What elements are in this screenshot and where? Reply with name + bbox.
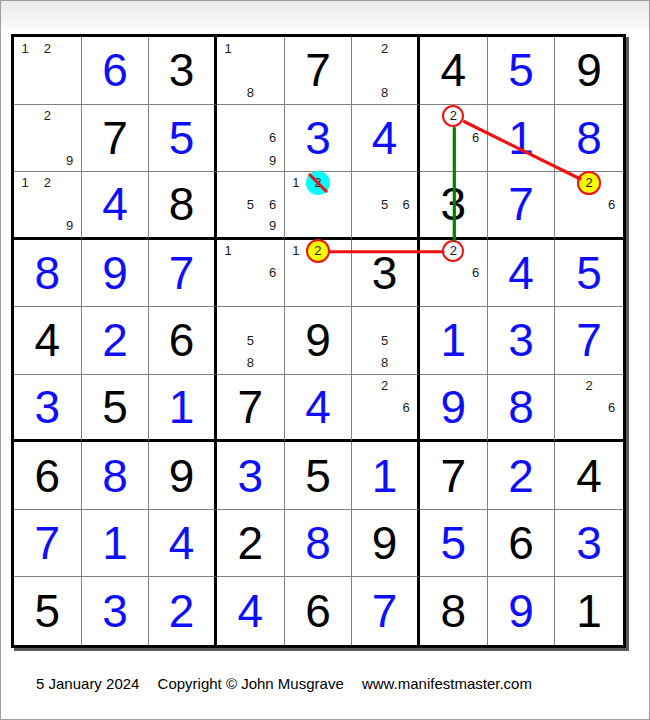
pencil-marks: 28 <box>352 37 417 104</box>
candidate-5[interactable]: 5 <box>239 329 261 351</box>
cell-r5c8[interactable]: 3 <box>488 307 556 375</box>
empty-candidate-slot <box>58 172 80 194</box>
candidate-8[interactable]: 8 <box>239 352 261 374</box>
empty-candidate-slot <box>374 172 396 194</box>
empty-candidate-slot <box>420 240 442 262</box>
given-digit: 6 <box>305 588 331 634</box>
pencil-marks: 26 <box>420 105 487 172</box>
solved-digit: 8 <box>508 384 534 430</box>
candidate-1[interactable]: 1 <box>217 37 239 59</box>
cell-r2c7[interactable]: 26 <box>420 105 488 173</box>
candidate-6[interactable]: 6 <box>395 194 417 216</box>
empty-candidate-slot <box>374 59 396 81</box>
cell-r5c3[interactable]: 6 <box>149 307 217 375</box>
cell-r7c9[interactable]: 4 <box>555 442 623 510</box>
candidate-1[interactable]: 1 <box>14 172 36 194</box>
cell-r7c1[interactable]: 6 <box>14 442 82 510</box>
candidate-6[interactable]: 6 <box>261 262 283 284</box>
candidate-2[interactable]: 2 <box>442 105 464 127</box>
cell-r7c6[interactable]: 1 <box>352 442 420 510</box>
empty-candidate-slot <box>36 81 58 103</box>
empty-candidate-slot <box>239 172 261 194</box>
empty-candidate-slot <box>395 172 417 194</box>
empty-candidate-slot <box>352 81 374 103</box>
cell-r5c1[interactable]: 4 <box>14 307 82 375</box>
cell-r5c2[interactable]: 2 <box>82 307 150 375</box>
given-digit: 6 <box>35 453 61 499</box>
candidate-5[interactable]: 5 <box>239 194 261 216</box>
pencil-marks: 26 <box>420 240 487 307</box>
cell-r2c1[interactable]: 29 <box>14 105 82 173</box>
cell-r5c5[interactable]: 9 <box>285 307 353 375</box>
empty-candidate-slot <box>600 172 623 194</box>
empty-candidate-slot <box>395 329 417 351</box>
cell-r6c6[interactable]: 26 <box>352 375 420 443</box>
given-digit: 4 <box>441 47 467 93</box>
empty-candidate-slot <box>352 172 374 194</box>
footer: 5 January 2024 Copyright © John Musgrave… <box>36 675 546 692</box>
solved-digit: 1 <box>508 115 534 161</box>
pencil-marks: 29 <box>14 105 81 172</box>
candidate-2[interactable]: 2 <box>578 172 601 194</box>
given-digit: 3 <box>169 47 195 93</box>
empty-candidate-slot <box>261 240 283 262</box>
empty-candidate-slot <box>352 352 374 374</box>
empty-candidate-slot <box>555 375 578 397</box>
candidate-6[interactable]: 6 <box>464 127 486 149</box>
given-digit: 6 <box>508 520 534 566</box>
empty-candidate-slot <box>58 105 80 127</box>
solved-digit: 3 <box>35 384 61 430</box>
candidate-6[interactable]: 6 <box>261 194 283 216</box>
empty-candidate-slot <box>352 375 374 397</box>
cell-r3c4[interactable]: 569 <box>217 172 285 240</box>
empty-candidate-slot <box>420 149 442 171</box>
cell-r9c5[interactable]: 6 <box>285 577 353 645</box>
cell-r4c7[interactable]: 26 <box>420 240 488 308</box>
solved-digit: 4 <box>372 115 398 161</box>
cell-r9c1[interactable]: 5 <box>14 577 82 645</box>
empty-candidate-slot <box>14 81 36 103</box>
cell-r9c6[interactable]: 7 <box>352 577 420 645</box>
solved-digit: 2 <box>508 453 534 499</box>
pencil-marks: 58 <box>217 307 284 374</box>
solved-digit: 3 <box>238 453 264 499</box>
cell-r2c9[interactable]: 8 <box>555 105 623 173</box>
pencil-marks: 26 <box>555 375 623 440</box>
pencil-marks: 18 <box>217 37 284 104</box>
cell-r4c1[interactable]: 8 <box>14 240 82 308</box>
empty-candidate-slot <box>555 396 578 418</box>
candidate-6[interactable]: 6 <box>600 194 623 216</box>
empty-candidate-slot <box>307 284 329 306</box>
cell-r1c4[interactable]: 18 <box>217 37 285 105</box>
cell-r1c3[interactable]: 3 <box>149 37 217 105</box>
cell-r8c6[interactable]: 9 <box>352 510 420 578</box>
solved-digit: 7 <box>169 250 195 296</box>
cell-r1c9[interactable]: 9 <box>555 37 623 105</box>
empty-candidate-slot <box>261 105 283 127</box>
cell-r5c4[interactable]: 58 <box>217 307 285 375</box>
cell-r6c4[interactable]: 7 <box>217 375 285 443</box>
pencil-marks: 12 <box>285 240 352 307</box>
candidate-6[interactable]: 6 <box>464 262 486 284</box>
cell-r3c9[interactable]: 26 <box>555 172 623 240</box>
cell-r1c6[interactable]: 28 <box>352 37 420 105</box>
empty-candidate-slot <box>555 194 578 216</box>
candidate-6[interactable]: 6 <box>261 127 283 149</box>
empty-candidate-slot <box>442 262 464 284</box>
candidate-2[interactable]: 2 <box>442 240 464 262</box>
empty-candidate-slot <box>261 352 283 374</box>
empty-candidate-slot <box>329 284 351 306</box>
pencil-marks: 569 <box>217 172 284 237</box>
empty-candidate-slot <box>555 418 578 440</box>
given-digit: 9 <box>169 453 195 499</box>
cell-r5c6[interactable]: 58 <box>352 307 420 375</box>
empty-candidate-slot <box>14 59 36 81</box>
solved-digit: 7 <box>35 520 61 566</box>
candidate-9[interactable]: 9 <box>261 215 283 237</box>
empty-candidate-slot <box>395 81 417 103</box>
given-digit: 7 <box>238 384 264 430</box>
cell-r3c2[interactable]: 4 <box>82 172 150 240</box>
given-digit: 4 <box>576 453 602 499</box>
solved-digit: 6 <box>102 47 128 93</box>
cell-r9c7[interactable]: 8 <box>420 577 488 645</box>
empty-candidate-slot <box>217 352 239 374</box>
empty-candidate-slot <box>239 307 261 329</box>
empty-candidate-slot <box>395 375 417 397</box>
cell-r3c8[interactable]: 7 <box>488 172 556 240</box>
solved-digit: 9 <box>508 588 534 634</box>
cell-r8c4[interactable]: 2 <box>217 510 285 578</box>
empty-candidate-slot <box>352 307 374 329</box>
cell-r6c9[interactable]: 26 <box>555 375 623 443</box>
pencil-marks: 26 <box>352 375 417 440</box>
cell-r3c7[interactable]: 3 <box>420 172 488 240</box>
empty-candidate-slot <box>239 284 261 306</box>
cell-r7c4[interactable]: 3 <box>217 442 285 510</box>
empty-candidate-slot <box>239 59 261 81</box>
empty-candidate-slot <box>374 418 396 440</box>
empty-candidate-slot <box>239 149 261 171</box>
empty-candidate-slot <box>217 307 239 329</box>
empty-candidate-slot <box>217 194 239 216</box>
cell-r4c8[interactable]: 4 <box>488 240 556 308</box>
cell-r7c8[interactable]: 2 <box>488 442 556 510</box>
candidate-1[interactable]: 1 <box>285 172 307 194</box>
cell-r1c1[interactable]: 12 <box>14 37 82 105</box>
empty-candidate-slot <box>58 59 80 81</box>
cell-r6c5[interactable]: 4 <box>285 375 353 443</box>
empty-candidate-slot <box>352 59 374 81</box>
cell-r4c4[interactable]: 16 <box>217 240 285 308</box>
given-digit: 3 <box>441 181 467 227</box>
empty-candidate-slot <box>36 59 58 81</box>
empty-candidate-slot <box>217 149 239 171</box>
empty-candidate-slot <box>58 194 80 216</box>
empty-candidate-slot <box>395 352 417 374</box>
empty-candidate-slot <box>36 149 58 171</box>
empty-candidate-slot <box>14 215 36 237</box>
given-digit: 8 <box>169 181 195 227</box>
empty-candidate-slot <box>14 105 36 127</box>
pencil-marks: 12 <box>14 37 81 104</box>
cell-r4c9[interactable]: 5 <box>555 240 623 308</box>
empty-candidate-slot <box>395 59 417 81</box>
cell-r6c7[interactable]: 9 <box>420 375 488 443</box>
candidate-2[interactable]: 2 <box>307 240 329 262</box>
cell-r5c7[interactable]: 1 <box>420 307 488 375</box>
empty-candidate-slot <box>329 262 351 284</box>
empty-candidate-slot <box>395 307 417 329</box>
empty-candidate-slot <box>352 396 374 418</box>
cell-r8c9[interactable]: 3 <box>555 510 623 578</box>
pencil-marks: 16 <box>217 240 284 307</box>
footer-date: 5 January 2024 <box>36 675 139 692</box>
cell-r8c5[interactable]: 8 <box>285 510 353 578</box>
given-digit: 5 <box>35 588 61 634</box>
empty-candidate-slot <box>395 418 417 440</box>
empty-candidate-slot <box>600 215 623 237</box>
pencil-marks: 69 <box>217 105 284 172</box>
cell-r6c3[interactable]: 1 <box>149 375 217 443</box>
footer-copyright: Copyright © John Musgrave <box>158 675 344 692</box>
solved-digit: 4 <box>305 384 331 430</box>
cell-r6c2[interactable]: 5 <box>82 375 150 443</box>
cell-r9c8[interactable]: 9 <box>488 577 556 645</box>
solved-digit: 4 <box>102 181 128 227</box>
candidate-8[interactable]: 8 <box>374 352 396 374</box>
empty-candidate-slot <box>239 215 261 237</box>
empty-candidate-slot <box>217 105 239 127</box>
cell-r4c6[interactable]: 3 <box>352 240 420 308</box>
empty-candidate-slot <box>329 215 351 237</box>
empty-candidate-slot <box>374 215 396 237</box>
solved-digit: 9 <box>441 384 467 430</box>
cell-r9c9[interactable]: 1 <box>555 577 623 645</box>
empty-candidate-slot <box>217 262 239 284</box>
cell-r9c3[interactable]: 2 <box>149 577 217 645</box>
cell-r3c5[interactable]: 12 <box>285 172 353 240</box>
empty-candidate-slot <box>261 81 283 103</box>
empty-candidate-slot <box>217 127 239 149</box>
cell-r5c9[interactable]: 7 <box>555 307 623 375</box>
solved-digit: 7 <box>508 181 534 227</box>
sudoku-grid: 1263187284592975693426181294856912563726… <box>11 34 626 648</box>
empty-candidate-slot <box>420 262 442 284</box>
empty-candidate-slot <box>217 329 239 351</box>
cell-r7c2[interactable]: 8 <box>82 442 150 510</box>
cell-r2c3[interactable]: 5 <box>149 105 217 173</box>
given-digit: 7 <box>102 115 128 161</box>
given-digit: 3 <box>372 250 398 296</box>
candidate-5[interactable]: 5 <box>374 194 396 216</box>
solved-digit: 4 <box>508 250 534 296</box>
candidate-8[interactable]: 8 <box>374 81 396 103</box>
candidate-2[interactable]: 2 <box>307 172 329 194</box>
cell-r2c5[interactable]: 3 <box>285 105 353 173</box>
given-digit: 8 <box>441 588 467 634</box>
empty-candidate-slot <box>578 396 601 418</box>
solved-digit: 5 <box>441 520 467 566</box>
candidate-9[interactable]: 9 <box>58 149 80 171</box>
empty-candidate-slot <box>420 127 442 149</box>
candidate-6[interactable]: 6 <box>395 396 417 418</box>
candidate-2[interactable]: 2 <box>374 37 396 59</box>
cell-r8c7[interactable]: 5 <box>420 510 488 578</box>
empty-candidate-slot <box>14 194 36 216</box>
empty-candidate-slot <box>58 37 80 59</box>
solved-digit: 1 <box>441 317 467 363</box>
candidate-1[interactable]: 1 <box>14 37 36 59</box>
cell-r2c6[interactable]: 4 <box>352 105 420 173</box>
solved-digit: 7 <box>576 317 602 363</box>
cell-r3c6[interactable]: 56 <box>352 172 420 240</box>
empty-candidate-slot <box>442 284 464 306</box>
solved-digit: 2 <box>169 588 195 634</box>
empty-candidate-slot <box>374 396 396 418</box>
cell-r4c2[interactable]: 9 <box>82 240 150 308</box>
candidate-2[interactable]: 2 <box>36 105 58 127</box>
empty-candidate-slot <box>239 37 261 59</box>
solved-digit: 9 <box>102 250 128 296</box>
pencil-marks: 58 <box>352 307 417 374</box>
solved-digit: 1 <box>102 520 128 566</box>
empty-candidate-slot <box>578 194 601 216</box>
candidate-2[interactable]: 2 <box>374 375 396 397</box>
empty-candidate-slot <box>261 59 283 81</box>
empty-candidate-slot <box>374 307 396 329</box>
solved-digit: 8 <box>576 115 602 161</box>
empty-candidate-slot <box>14 127 36 149</box>
empty-candidate-slot <box>578 215 601 237</box>
candidate-9[interactable]: 9 <box>261 149 283 171</box>
empty-candidate-slot <box>307 262 329 284</box>
given-digit: 9 <box>372 520 398 566</box>
cell-r8c1[interactable]: 7 <box>14 510 82 578</box>
given-digit: 4 <box>35 317 61 363</box>
empty-candidate-slot <box>58 81 80 103</box>
cell-r6c8[interactable]: 8 <box>488 375 556 443</box>
cell-r8c2[interactable]: 1 <box>82 510 150 578</box>
candidate-2[interactable]: 2 <box>36 37 58 59</box>
empty-candidate-slot <box>36 127 58 149</box>
solved-digit: 1 <box>372 453 398 499</box>
given-digit: 6 <box>169 317 195 363</box>
solved-digit: 3 <box>508 317 534 363</box>
empty-candidate-slot <box>285 284 307 306</box>
candidate-1[interactable]: 1 <box>217 240 239 262</box>
cell-r9c4[interactable]: 4 <box>217 577 285 645</box>
empty-candidate-slot <box>578 418 601 440</box>
given-digit: 7 <box>441 453 467 499</box>
empty-candidate-slot <box>239 127 261 149</box>
cell-r2c2[interactable]: 7 <box>82 105 150 173</box>
given-digit: 9 <box>305 317 331 363</box>
solved-digit: 4 <box>238 588 264 634</box>
empty-candidate-slot <box>395 37 417 59</box>
cell-r1c8[interactable]: 5 <box>488 37 556 105</box>
empty-candidate-slot <box>600 375 623 397</box>
cell-r3c1[interactable]: 129 <box>14 172 82 240</box>
empty-candidate-slot <box>217 81 239 103</box>
cell-r1c7[interactable]: 4 <box>420 37 488 105</box>
empty-candidate-slot <box>36 194 58 216</box>
empty-candidate-slot <box>285 215 307 237</box>
cell-r4c5[interactable]: 12 <box>285 240 353 308</box>
cell-r1c5[interactable]: 7 <box>285 37 353 105</box>
solved-digit: 8 <box>102 453 128 499</box>
solved-digit: 5 <box>508 47 534 93</box>
page: 1263187284592975693426181294856912563726… <box>0 0 650 720</box>
given-digit: 7 <box>305 47 331 93</box>
empty-candidate-slot <box>352 418 374 440</box>
cell-r7c7[interactable]: 7 <box>420 442 488 510</box>
empty-candidate-slot <box>261 284 283 306</box>
empty-candidate-slot <box>307 215 329 237</box>
solved-digit: 1 <box>169 384 195 430</box>
empty-candidate-slot <box>555 215 578 237</box>
empty-candidate-slot <box>239 240 261 262</box>
empty-candidate-slot <box>352 37 374 59</box>
cell-r7c3[interactable]: 9 <box>149 442 217 510</box>
cell-r6c1[interactable]: 3 <box>14 375 82 443</box>
cell-r1c2[interactable]: 6 <box>82 37 150 105</box>
empty-candidate-slot <box>442 127 464 149</box>
footer-website[interactable]: www.manifestmaster.com <box>362 675 532 692</box>
empty-candidate-slot <box>217 215 239 237</box>
pencil-marks: 129 <box>14 172 81 237</box>
cell-r4c3[interactable]: 7 <box>149 240 217 308</box>
cell-r9c2[interactable]: 3 <box>82 577 150 645</box>
solved-digit: 7 <box>372 588 398 634</box>
solved-digit: 8 <box>305 520 331 566</box>
empty-candidate-slot <box>464 149 486 171</box>
candidate-8[interactable]: 8 <box>239 81 261 103</box>
solved-digit: 4 <box>169 520 195 566</box>
solved-digit: 5 <box>169 115 195 161</box>
empty-candidate-slot <box>464 284 486 306</box>
empty-candidate-slot <box>58 127 80 149</box>
empty-candidate-slot <box>217 172 239 194</box>
cell-r8c8[interactable]: 6 <box>488 510 556 578</box>
empty-candidate-slot <box>464 105 486 127</box>
empty-candidate-slot <box>14 149 36 171</box>
candidate-5[interactable]: 5 <box>374 329 396 351</box>
cell-r3c3[interactable]: 8 <box>149 172 217 240</box>
solved-digit: 3 <box>305 115 331 161</box>
empty-candidate-slot <box>261 307 283 329</box>
pencil-marks: 26 <box>555 172 623 237</box>
elimination-strike <box>308 173 329 194</box>
cell-r7c5[interactable]: 5 <box>285 442 353 510</box>
cell-r8c3[interactable]: 4 <box>149 510 217 578</box>
empty-candidate-slot <box>261 37 283 59</box>
candidate-9[interactable]: 9 <box>58 215 80 237</box>
given-digit: 5 <box>305 453 331 499</box>
candidate-6[interactable]: 6 <box>600 396 623 418</box>
cell-r2c4[interactable]: 69 <box>217 105 285 173</box>
window-top-bar <box>1 1 649 29</box>
pencil-marks: 56 <box>352 172 417 237</box>
candidate-1[interactable]: 1 <box>285 240 307 262</box>
candidate-2[interactable]: 2 <box>578 375 601 397</box>
candidate-2[interactable]: 2 <box>36 172 58 194</box>
cell-r2c8[interactable]: 1 <box>488 105 556 173</box>
given-digit: 2 <box>238 520 264 566</box>
